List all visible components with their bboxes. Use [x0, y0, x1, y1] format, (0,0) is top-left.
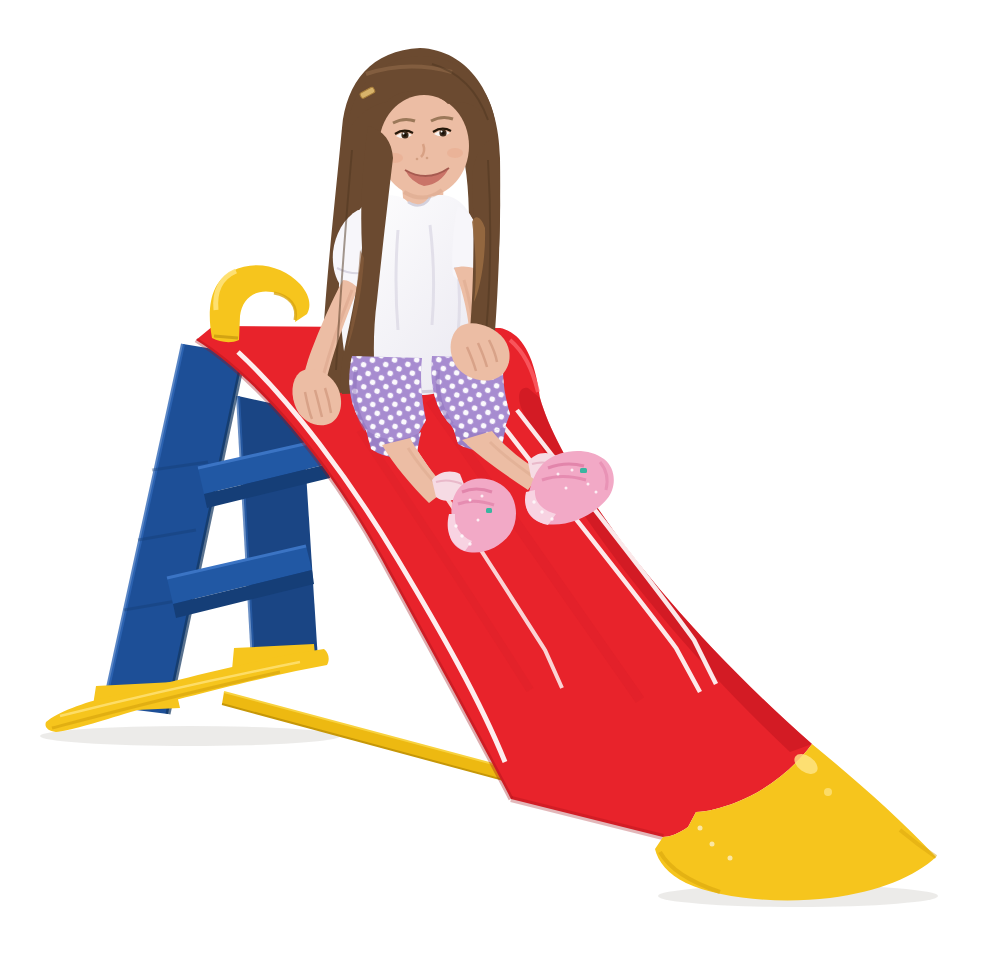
blush-right: [447, 148, 463, 158]
nostril-left: [416, 158, 419, 161]
nostril-right: [426, 157, 429, 160]
ladder-shadow: [40, 726, 340, 746]
right-shoe-teal-accent: [580, 468, 587, 473]
slide-photo-illustration: [0, 0, 1000, 966]
product-photo: [0, 0, 1000, 966]
chute-foot-gloss-dot: [824, 788, 832, 796]
handle-base-shadow: [214, 336, 238, 338]
ladder-front-rail: [104, 344, 244, 714]
left-shoe-teal-accent: [486, 508, 492, 513]
